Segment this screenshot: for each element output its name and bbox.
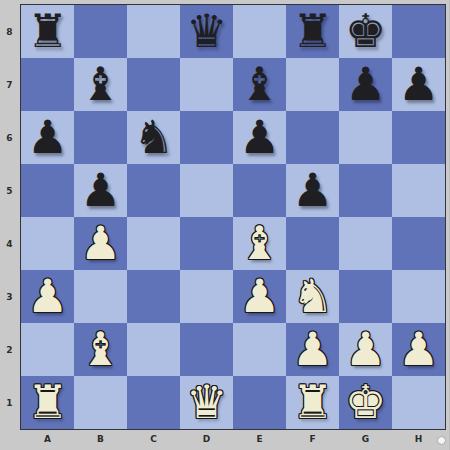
square-d4[interactable]	[180, 217, 233, 270]
rank-labels: 87654321	[0, 5, 19, 429]
square-b5[interactable]: ♟	[74, 164, 127, 217]
piece-black-pawn-e6[interactable]: ♟	[239, 114, 280, 160]
file-label-e: E	[233, 429, 286, 449]
square-a2[interactable]	[21, 323, 74, 376]
square-a8[interactable]: ♜	[21, 5, 74, 58]
square-g7[interactable]: ♟	[339, 58, 392, 111]
piece-white-bishop-b2[interactable]: ♝	[80, 326, 121, 372]
square-h2[interactable]: ♟	[392, 323, 445, 376]
square-e2[interactable]	[233, 323, 286, 376]
square-c3[interactable]	[127, 270, 180, 323]
square-a6[interactable]: ♟	[21, 111, 74, 164]
square-c1[interactable]	[127, 376, 180, 429]
square-b2[interactable]: ♝	[74, 323, 127, 376]
square-a4[interactable]	[21, 217, 74, 270]
square-f4[interactable]	[286, 217, 339, 270]
file-label-c: C	[127, 429, 180, 449]
chess-board-frame: ♜♛♜♚♝♝♟♟♟♞♟♟♟♟♝♟♟♞♝♟♟♟♜♛♜♚ 87654321 ABCD…	[0, 0, 450, 450]
square-d8[interactable]: ♛	[180, 5, 233, 58]
square-h7[interactable]: ♟	[392, 58, 445, 111]
square-d1[interactable]: ♛	[180, 376, 233, 429]
square-b1[interactable]	[74, 376, 127, 429]
square-c2[interactable]	[127, 323, 180, 376]
piece-white-bishop-e4[interactable]: ♝	[239, 220, 280, 266]
square-c5[interactable]	[127, 164, 180, 217]
square-d6[interactable]	[180, 111, 233, 164]
piece-white-pawn-g2[interactable]: ♟	[345, 326, 386, 372]
square-e1[interactable]	[233, 376, 286, 429]
square-e6[interactable]: ♟	[233, 111, 286, 164]
file-label-b: B	[74, 429, 127, 449]
square-d2[interactable]	[180, 323, 233, 376]
square-e5[interactable]	[233, 164, 286, 217]
square-g6[interactable]	[339, 111, 392, 164]
square-b6[interactable]	[74, 111, 127, 164]
square-a7[interactable]	[21, 58, 74, 111]
square-h8[interactable]	[392, 5, 445, 58]
square-h4[interactable]	[392, 217, 445, 270]
piece-white-pawn-h2[interactable]: ♟	[398, 326, 439, 372]
square-b3[interactable]	[74, 270, 127, 323]
file-label-d: D	[180, 429, 233, 449]
square-g5[interactable]	[339, 164, 392, 217]
square-f2[interactable]: ♟	[286, 323, 339, 376]
file-labels: ABCDEFGH	[21, 429, 445, 449]
rank-label-7: 7	[0, 58, 19, 111]
piece-black-bishop-e7[interactable]: ♝	[239, 61, 280, 107]
piece-black-rook-a8[interactable]: ♜	[27, 8, 68, 54]
square-f7[interactable]	[286, 58, 339, 111]
square-c7[interactable]	[127, 58, 180, 111]
square-h1[interactable]	[392, 376, 445, 429]
square-g3[interactable]	[339, 270, 392, 323]
piece-black-bishop-b7[interactable]: ♝	[80, 61, 121, 107]
square-d5[interactable]	[180, 164, 233, 217]
square-g4[interactable]	[339, 217, 392, 270]
square-c4[interactable]	[127, 217, 180, 270]
side-to-move-indicator	[437, 436, 446, 445]
square-f3[interactable]: ♞	[286, 270, 339, 323]
rank-label-8: 8	[0, 5, 19, 58]
rank-label-6: 6	[0, 111, 19, 164]
rank-label-4: 4	[0, 217, 19, 270]
square-e4[interactable]: ♝	[233, 217, 286, 270]
rank-label-1: 1	[0, 376, 19, 429]
square-a3[interactable]: ♟	[21, 270, 74, 323]
rank-label-5: 5	[0, 164, 19, 217]
square-g2[interactable]: ♟	[339, 323, 392, 376]
piece-black-queen-d8[interactable]: ♛	[186, 8, 227, 54]
piece-black-pawn-h7[interactable]: ♟	[398, 61, 439, 107]
square-a1[interactable]: ♜	[21, 376, 74, 429]
piece-black-pawn-a6[interactable]: ♟	[27, 114, 68, 160]
piece-white-pawn-f2[interactable]: ♟	[292, 326, 333, 372]
square-b7[interactable]: ♝	[74, 58, 127, 111]
square-g1[interactable]: ♚	[339, 376, 392, 429]
square-f5[interactable]: ♟	[286, 164, 339, 217]
piece-black-rook-f8[interactable]: ♜	[292, 8, 333, 54]
file-label-a: A	[21, 429, 74, 449]
square-b4[interactable]: ♟	[74, 217, 127, 270]
square-c6[interactable]: ♞	[127, 111, 180, 164]
piece-white-rook-f1[interactable]: ♜	[292, 379, 333, 425]
piece-white-knight-f3[interactable]: ♞	[292, 273, 333, 319]
square-f1[interactable]: ♜	[286, 376, 339, 429]
square-g8[interactable]: ♚	[339, 5, 392, 58]
file-label-f: F	[286, 429, 339, 449]
file-label-g: G	[339, 429, 392, 449]
piece-white-king-g1[interactable]: ♚	[345, 379, 386, 425]
square-f6[interactable]	[286, 111, 339, 164]
square-e7[interactable]: ♝	[233, 58, 286, 111]
piece-black-pawn-b5[interactable]: ♟	[80, 167, 121, 213]
piece-white-pawn-a3[interactable]: ♟	[27, 273, 68, 319]
square-d3[interactable]	[180, 270, 233, 323]
piece-black-knight-c6[interactable]: ♞	[133, 114, 174, 160]
piece-white-pawn-e3[interactable]: ♟	[239, 273, 280, 319]
piece-white-queen-d1[interactable]: ♛	[186, 379, 227, 425]
square-c8[interactable]	[127, 5, 180, 58]
piece-black-pawn-g7[interactable]: ♟	[345, 61, 386, 107]
piece-white-pawn-b4[interactable]: ♟	[80, 220, 121, 266]
chess-board: ♜♛♜♚♝♝♟♟♟♞♟♟♟♟♝♟♟♞♝♟♟♟♜♛♜♚	[20, 4, 446, 430]
square-h6[interactable]	[392, 111, 445, 164]
square-f8[interactable]: ♜	[286, 5, 339, 58]
square-h3[interactable]	[392, 270, 445, 323]
piece-black-pawn-f5[interactable]: ♟	[292, 167, 333, 213]
rank-label-2: 2	[0, 323, 19, 376]
piece-white-rook-a1[interactable]: ♜	[27, 379, 68, 425]
piece-black-king-g8[interactable]: ♚	[345, 8, 386, 54]
square-e8[interactable]	[233, 5, 286, 58]
square-a5[interactable]	[21, 164, 74, 217]
rank-label-3: 3	[0, 270, 19, 323]
square-b8[interactable]	[74, 5, 127, 58]
square-h5[interactable]	[392, 164, 445, 217]
square-d7[interactable]	[180, 58, 233, 111]
square-e3[interactable]: ♟	[233, 270, 286, 323]
